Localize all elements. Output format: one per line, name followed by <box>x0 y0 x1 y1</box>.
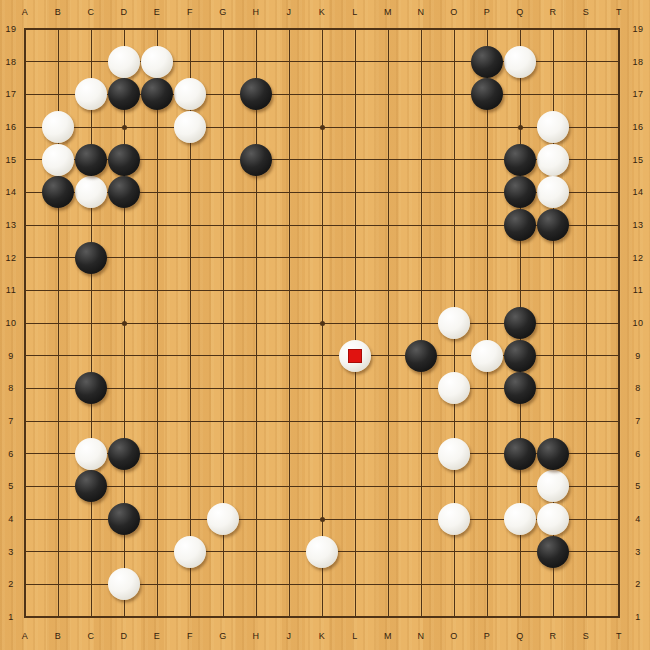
stone-white-D18 <box>108 46 140 78</box>
coord-label-bottom: S <box>583 632 590 641</box>
coord-label-bottom: D <box>121 632 128 641</box>
coord-label-bottom: H <box>253 632 260 641</box>
coord-label-top: G <box>219 8 227 17</box>
grid-line-horizontal <box>24 421 620 422</box>
coord-label-top: A <box>22 8 29 17</box>
stone-white-G4 <box>207 503 239 535</box>
stone-black-Q8 <box>504 372 536 404</box>
coord-label-top: L <box>352 8 358 17</box>
coord-label-top: T <box>616 8 622 17</box>
coord-label-bottom: O <box>450 632 458 641</box>
coord-label-bottom: T <box>616 632 622 641</box>
coord-label-left: 1 <box>8 613 14 622</box>
coord-label-right: 6 <box>635 449 641 458</box>
stone-black-Q9 <box>504 340 536 372</box>
grid-line-vertical <box>618 28 620 618</box>
coord-label-left: 13 <box>5 221 16 230</box>
stone-white-P9 <box>471 340 503 372</box>
stone-black-Q10 <box>504 307 536 339</box>
coord-label-top: R <box>550 8 557 17</box>
coord-label-right: 13 <box>632 221 643 230</box>
coord-label-left: 7 <box>8 417 14 426</box>
star-point <box>320 321 325 326</box>
stone-white-R15 <box>537 144 569 176</box>
coord-label-bottom: N <box>418 632 425 641</box>
go-board[interactable]: AABBCCDDEEFFGGHHJJKKLLMMNNOOPPQQRRSSTT19… <box>0 0 650 650</box>
coord-label-top: Q <box>516 8 524 17</box>
stone-black-P18 <box>471 46 503 78</box>
coord-label-bottom: J <box>287 632 292 641</box>
grid-line-horizontal <box>24 486 620 487</box>
stone-white-B15 <box>42 144 74 176</box>
stone-white-Q4 <box>504 503 536 535</box>
coord-label-left: 18 <box>5 57 16 66</box>
coord-label-bottom: E <box>154 632 161 641</box>
coord-label-bottom: B <box>55 632 62 641</box>
star-point <box>518 125 523 130</box>
coord-label-right: 10 <box>632 319 643 328</box>
coord-label-left: 16 <box>5 123 16 132</box>
stone-white-L9 <box>339 340 371 372</box>
stone-white-C6 <box>75 438 107 470</box>
coord-label-top: O <box>450 8 458 17</box>
stone-black-D17 <box>108 78 140 110</box>
coord-label-top: D <box>121 8 128 17</box>
coord-label-left: 5 <box>8 482 14 491</box>
stone-white-F16 <box>174 111 206 143</box>
stone-black-Q13 <box>504 209 536 241</box>
coord-label-top: H <box>253 8 260 17</box>
stone-black-Q14 <box>504 176 536 208</box>
grid-line-vertical <box>388 28 389 618</box>
coord-label-right: 16 <box>632 123 643 132</box>
stone-white-O4 <box>438 503 470 535</box>
stone-black-Q6 <box>504 438 536 470</box>
coord-label-left: 4 <box>8 515 14 524</box>
coord-label-right: 7 <box>635 417 641 426</box>
star-point <box>122 321 127 326</box>
stone-white-O8 <box>438 372 470 404</box>
coord-label-right: 1 <box>635 613 641 622</box>
grid-line-vertical <box>355 28 356 618</box>
coord-label-left: 8 <box>8 384 14 393</box>
coord-label-top: C <box>88 8 95 17</box>
coord-label-right: 9 <box>635 351 641 360</box>
coord-label-left: 12 <box>5 253 16 262</box>
grid-line-vertical <box>487 28 488 618</box>
stone-black-C8 <box>75 372 107 404</box>
stone-black-H17 <box>240 78 272 110</box>
coord-label-right: 11 <box>633 286 643 295</box>
coord-label-top: S <box>583 8 590 17</box>
stone-black-R13 <box>537 209 569 241</box>
coord-label-top: F <box>187 8 193 17</box>
coord-label-bottom: F <box>187 632 193 641</box>
grid-line-horizontal <box>24 616 620 618</box>
coord-label-right: 17 <box>632 90 643 99</box>
stone-black-C15 <box>75 144 107 176</box>
stone-black-H15 <box>240 144 272 176</box>
star-point <box>320 125 325 130</box>
coord-label-bottom: Q <box>516 632 524 641</box>
coord-label-right: 18 <box>632 57 643 66</box>
stone-white-F17 <box>174 78 206 110</box>
coord-label-top: N <box>418 8 425 17</box>
grid-line-vertical <box>421 28 422 618</box>
coord-label-bottom: R <box>550 632 557 641</box>
coord-label-left: 6 <box>8 449 14 458</box>
stone-white-R5 <box>537 470 569 502</box>
stone-white-B16 <box>42 111 74 143</box>
coord-label-bottom: G <box>219 632 227 641</box>
coord-label-bottom: A <box>22 632 29 641</box>
stone-white-C17 <box>75 78 107 110</box>
stone-white-R16 <box>537 111 569 143</box>
coord-label-bottom: P <box>484 632 491 641</box>
stone-white-K3 <box>306 536 338 568</box>
coord-label-left: 11 <box>6 286 16 295</box>
stone-black-N9 <box>405 340 437 372</box>
coord-label-top: B <box>55 8 62 17</box>
last-move-marker <box>348 349 362 363</box>
coord-label-top: M <box>384 8 392 17</box>
star-point <box>320 517 325 522</box>
coord-label-right: 19 <box>632 25 643 34</box>
stone-white-R4 <box>537 503 569 535</box>
stone-black-R3 <box>537 536 569 568</box>
grid-line-vertical <box>586 28 587 618</box>
coord-label-right: 5 <box>635 482 641 491</box>
coord-label-left: 14 <box>5 188 16 197</box>
coord-label-bottom: K <box>319 632 326 641</box>
coord-label-right: 14 <box>632 188 643 197</box>
stone-white-E18 <box>141 46 173 78</box>
coord-label-left: 2 <box>8 580 14 589</box>
stone-white-C14 <box>75 176 107 208</box>
stone-black-C5 <box>75 470 107 502</box>
stone-white-F3 <box>174 536 206 568</box>
coord-label-left: 17 <box>5 90 16 99</box>
stone-black-D6 <box>108 438 140 470</box>
stone-black-D15 <box>108 144 140 176</box>
stone-black-D4 <box>108 503 140 535</box>
stone-white-R14 <box>537 176 569 208</box>
coord-label-left: 9 <box>8 351 14 360</box>
coord-label-right: 12 <box>632 253 643 262</box>
stone-black-E17 <box>141 78 173 110</box>
coord-label-top: P <box>484 8 491 17</box>
stone-black-Q15 <box>504 144 536 176</box>
stone-black-R6 <box>537 438 569 470</box>
coord-label-left: 10 <box>5 319 16 328</box>
coord-label-bottom: L <box>352 632 358 641</box>
coord-label-left: 19 <box>5 25 16 34</box>
stone-black-B14 <box>42 176 74 208</box>
stone-black-P17 <box>471 78 503 110</box>
stone-white-Q18 <box>504 46 536 78</box>
coord-label-left: 15 <box>5 155 16 164</box>
coord-label-right: 2 <box>635 580 641 589</box>
coord-label-bottom: M <box>384 632 392 641</box>
coord-label-top: E <box>154 8 161 17</box>
coord-label-right: 15 <box>632 155 643 164</box>
coord-label-top: K <box>319 8 326 17</box>
coord-label-top: J <box>287 8 292 17</box>
coord-label-bottom: C <box>88 632 95 641</box>
coord-label-left: 3 <box>8 547 14 556</box>
stone-black-D14 <box>108 176 140 208</box>
stone-white-D2 <box>108 568 140 600</box>
coord-label-right: 4 <box>635 515 641 524</box>
stone-white-O10 <box>438 307 470 339</box>
stone-white-O6 <box>438 438 470 470</box>
coord-label-right: 3 <box>635 547 641 556</box>
stone-black-C12 <box>75 242 107 274</box>
star-point <box>122 125 127 130</box>
coord-label-right: 8 <box>635 384 641 393</box>
